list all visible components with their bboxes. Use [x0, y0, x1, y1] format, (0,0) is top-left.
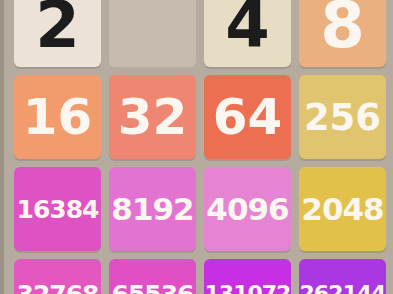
tile-16384: 16384	[14, 167, 101, 251]
tile-2048: 2048	[299, 167, 386, 251]
tile-65536: 65536	[109, 259, 196, 294]
tile-value: 131072	[205, 283, 291, 294]
tile-value: 256	[304, 99, 381, 136]
tile-value: 65536	[112, 282, 194, 294]
empty-cell	[109, 0, 196, 67]
tile-2: 2	[14, 0, 101, 67]
tile-131072: 131072	[204, 259, 291, 294]
tile-value: 4096	[206, 194, 288, 225]
tile-value: 8192	[111, 194, 193, 225]
tile-value: 32768	[17, 282, 99, 294]
tile-8192: 8192	[109, 167, 196, 251]
tile-value: 16384	[17, 197, 99, 222]
board-edge-strip	[0, 0, 4, 294]
tile-value: 4	[225, 0, 270, 57]
tile-32768: 32768	[14, 259, 101, 294]
tile-value: 2048	[301, 194, 383, 225]
tile-262144: 262144	[299, 259, 386, 294]
tile-value: 262144	[300, 283, 386, 294]
tile-value: 2	[35, 0, 80, 57]
tile-value: 32	[118, 92, 188, 142]
2048-tile-grid[interactable]: 2481632642561638481924096204832768655361…	[14, 0, 386, 294]
tile-value: 8	[320, 0, 365, 57]
tile-value: 64	[213, 92, 283, 142]
tile-4096: 4096	[204, 167, 291, 251]
tile-64: 64	[204, 75, 291, 159]
tile-16: 16	[14, 75, 101, 159]
tile-256: 256	[299, 75, 386, 159]
tile-4: 4	[204, 0, 291, 67]
tile-8: 8	[299, 0, 386, 67]
tile-32: 32	[109, 75, 196, 159]
tile-value: 16	[23, 92, 93, 142]
